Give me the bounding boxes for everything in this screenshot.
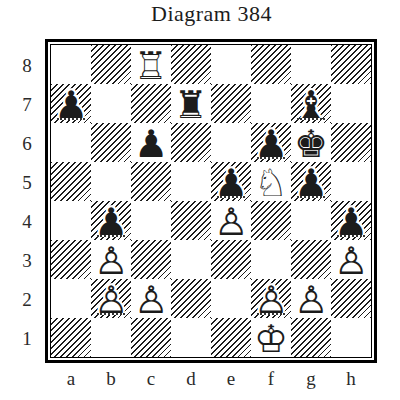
square-c1 bbox=[131, 318, 171, 357]
file-label-d: d bbox=[171, 368, 211, 390]
piece-black-bishop: ♝♝ bbox=[291, 84, 331, 123]
piece-glyph: ♙ bbox=[291, 280, 331, 319]
square-e1 bbox=[211, 318, 251, 357]
piece-white-pawn: ♟♙ bbox=[251, 279, 291, 318]
file-label-a: a bbox=[51, 368, 91, 390]
square-c4 bbox=[131, 201, 171, 240]
piece-glyph: ♙ bbox=[331, 241, 371, 280]
square-c6: ♟♟ bbox=[131, 123, 171, 162]
square-g4 bbox=[291, 201, 331, 240]
piece-black-rook: ♜♜ bbox=[171, 84, 211, 123]
square-f3 bbox=[251, 240, 291, 279]
square-h5 bbox=[331, 162, 371, 201]
square-g6: ♚♚ bbox=[291, 123, 331, 162]
piece-glyph: ♟ bbox=[51, 85, 91, 124]
square-e2 bbox=[211, 279, 251, 318]
piece-glyph: ♟ bbox=[291, 163, 331, 202]
piece-glyph: ♜ bbox=[171, 85, 211, 124]
square-c2: ♟♙ bbox=[131, 279, 171, 318]
piece-glyph: ♙ bbox=[91, 241, 131, 280]
piece-glyph: ♙ bbox=[131, 280, 171, 319]
square-f2: ♟♙ bbox=[251, 279, 291, 318]
piece-white-pawn: ♟♙ bbox=[211, 201, 251, 240]
piece-black-pawn: ♟♟ bbox=[91, 201, 131, 240]
rank-labels: 87654321 bbox=[18, 46, 36, 358]
square-g7: ♝♝ bbox=[291, 84, 331, 123]
square-d7: ♜♜ bbox=[171, 84, 211, 123]
square-f6: ♟♟ bbox=[251, 123, 291, 162]
square-d3 bbox=[171, 240, 211, 279]
piece-white-pawn: ♟♙ bbox=[91, 279, 131, 318]
square-f8 bbox=[251, 45, 291, 84]
square-c7 bbox=[131, 84, 171, 123]
square-h3: ♟♙ bbox=[331, 240, 371, 279]
square-b4: ♟♟ bbox=[91, 201, 131, 240]
rank-label-4: 4 bbox=[18, 202, 36, 241]
piece-black-king: ♚♚ bbox=[291, 123, 331, 162]
piece-black-pawn: ♟♟ bbox=[251, 123, 291, 162]
square-a1 bbox=[51, 318, 91, 357]
piece-glyph: ♚ bbox=[291, 124, 331, 163]
piece-white-pawn: ♟♙ bbox=[131, 279, 171, 318]
piece-glyph: ♘ bbox=[251, 163, 291, 202]
square-a3 bbox=[51, 240, 91, 279]
square-f7 bbox=[251, 84, 291, 123]
rank-label-3: 3 bbox=[18, 241, 36, 280]
rank-label-5: 5 bbox=[18, 163, 36, 202]
piece-glyph: ♟ bbox=[211, 163, 251, 202]
file-label-b: b bbox=[91, 368, 131, 390]
square-e4: ♟♙ bbox=[211, 201, 251, 240]
square-c5 bbox=[131, 162, 171, 201]
piece-glyph: ♔ bbox=[251, 319, 291, 358]
square-e3 bbox=[211, 240, 251, 279]
square-g8 bbox=[291, 45, 331, 84]
square-g3 bbox=[291, 240, 331, 279]
rank-label-2: 2 bbox=[18, 280, 36, 319]
rank-label-6: 6 bbox=[18, 124, 36, 163]
piece-black-pawn: ♟♟ bbox=[211, 162, 251, 201]
square-g5: ♟♟ bbox=[291, 162, 331, 201]
file-label-g: g bbox=[291, 368, 331, 390]
piece-black-pawn: ♟♟ bbox=[331, 201, 371, 240]
piece-white-king: ♚♔ bbox=[251, 318, 291, 357]
square-b5 bbox=[91, 162, 131, 201]
square-h1 bbox=[331, 318, 371, 357]
square-b3: ♟♙ bbox=[91, 240, 131, 279]
square-h2 bbox=[331, 279, 371, 318]
file-label-e: e bbox=[211, 368, 251, 390]
piece-black-pawn: ♟♟ bbox=[131, 123, 171, 162]
square-b2: ♟♙ bbox=[91, 279, 131, 318]
square-e6 bbox=[211, 123, 251, 162]
chess-board: ♜♖♟♟♜♜♝♝♟♟♟♟♚♚♟♟♞♘♟♟♟♟♟♙♟♟♟♙♟♙♟♙♟♙♟♙♟♙♚♔ bbox=[50, 44, 372, 358]
square-e7 bbox=[211, 84, 251, 123]
square-d1 bbox=[171, 318, 211, 357]
piece-black-pawn: ♟♟ bbox=[51, 84, 91, 123]
piece-black-pawn: ♟♟ bbox=[291, 162, 331, 201]
square-h4: ♟♟ bbox=[331, 201, 371, 240]
piece-white-knight: ♞♘ bbox=[251, 162, 291, 201]
square-c8: ♜♖ bbox=[131, 45, 171, 84]
square-b7 bbox=[91, 84, 131, 123]
file-label-c: c bbox=[131, 368, 171, 390]
piece-glyph: ♟ bbox=[251, 124, 291, 163]
square-d6 bbox=[171, 123, 211, 162]
square-g1 bbox=[291, 318, 331, 357]
square-c3 bbox=[131, 240, 171, 279]
file-label-f: f bbox=[251, 368, 291, 390]
piece-white-pawn: ♟♙ bbox=[91, 240, 131, 279]
piece-glyph: ♙ bbox=[251, 280, 291, 319]
square-b6 bbox=[91, 123, 131, 162]
square-d8 bbox=[171, 45, 211, 84]
square-b8 bbox=[91, 45, 131, 84]
board-grid: ♜♖♟♟♜♜♝♝♟♟♟♟♚♚♟♟♞♘♟♟♟♟♟♙♟♟♟♙♟♙♟♙♟♙♟♙♟♙♚♔ bbox=[51, 45, 371, 357]
square-e5: ♟♟ bbox=[211, 162, 251, 201]
square-d4 bbox=[171, 201, 211, 240]
square-a8 bbox=[51, 45, 91, 84]
square-g2: ♟♙ bbox=[291, 279, 331, 318]
square-h7 bbox=[331, 84, 371, 123]
square-e8 bbox=[211, 45, 251, 84]
piece-glyph: ♝ bbox=[291, 85, 331, 124]
square-d5 bbox=[171, 162, 211, 201]
square-f4 bbox=[251, 201, 291, 240]
piece-glyph: ♟ bbox=[331, 202, 371, 241]
square-a2 bbox=[51, 279, 91, 318]
diagram-title: Diagram 384 bbox=[45, 1, 378, 27]
piece-glyph: ♖ bbox=[131, 46, 171, 85]
square-d2 bbox=[171, 279, 211, 318]
piece-glyph: ♟ bbox=[131, 124, 171, 163]
rank-label-8: 8 bbox=[18, 46, 36, 85]
square-b1 bbox=[91, 318, 131, 357]
file-labels: abcdefgh bbox=[51, 368, 371, 390]
rank-label-1: 1 bbox=[18, 319, 36, 358]
square-f5: ♞♘ bbox=[251, 162, 291, 201]
square-h6 bbox=[331, 123, 371, 162]
square-a7: ♟♟ bbox=[51, 84, 91, 123]
square-a5 bbox=[51, 162, 91, 201]
square-h8 bbox=[331, 45, 371, 84]
piece-white-pawn: ♟♙ bbox=[291, 279, 331, 318]
piece-white-rook: ♜♖ bbox=[131, 45, 171, 84]
board-border: ♜♖♟♟♜♜♝♝♟♟♟♟♚♚♟♟♞♘♟♟♟♟♟♙♟♟♟♙♟♙♟♙♟♙♟♙♟♙♚♔ bbox=[45, 39, 377, 363]
square-a4 bbox=[51, 201, 91, 240]
piece-glyph: ♙ bbox=[211, 202, 251, 241]
square-a6 bbox=[51, 123, 91, 162]
piece-glyph: ♟ bbox=[91, 202, 131, 241]
piece-white-pawn: ♟♙ bbox=[331, 240, 371, 279]
square-f1: ♚♔ bbox=[251, 318, 291, 357]
file-label-h: h bbox=[331, 368, 371, 390]
piece-glyph: ♙ bbox=[91, 280, 131, 319]
rank-label-7: 7 bbox=[18, 85, 36, 124]
